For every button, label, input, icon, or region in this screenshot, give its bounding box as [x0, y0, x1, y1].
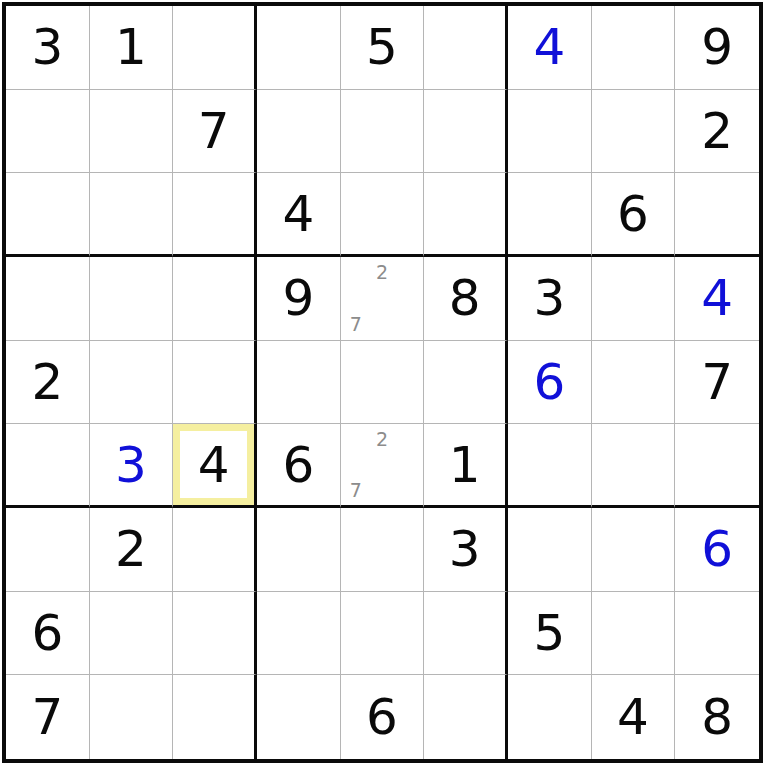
cell-r5c1[interactable]: 2: [6, 341, 90, 425]
pencil-marks: 27: [343, 259, 422, 338]
cell-r1c2[interactable]: 1: [90, 6, 174, 90]
given-digit: 2: [701, 106, 733, 156]
cell-r2c5[interactable]: [341, 90, 425, 174]
given-digit: 5: [533, 608, 565, 658]
entry-digit: 6: [533, 357, 565, 407]
cell-r4c8[interactable]: [592, 257, 676, 341]
cell-r4c6[interactable]: 8: [424, 257, 508, 341]
cell-r9c5[interactable]: 6: [341, 675, 425, 759]
entry-digit: 4: [701, 273, 733, 323]
cell-r9c1[interactable]: 7: [6, 675, 90, 759]
given-digit: 2: [115, 524, 147, 574]
cell-r4c2[interactable]: [90, 257, 174, 341]
pencil-marks: 27: [343, 426, 422, 503]
given-digit: 4: [617, 692, 649, 742]
given-digit: 3: [533, 273, 565, 323]
cell-r3c8[interactable]: 6: [592, 173, 676, 257]
given-digit: 6: [282, 440, 314, 490]
cell-r8c9[interactable]: [675, 592, 759, 676]
cell-r3c5[interactable]: [341, 173, 425, 257]
cell-r7c4[interactable]: [257, 508, 341, 592]
cell-r1c7[interactable]: 4: [508, 6, 592, 90]
cell-r2c3[interactable]: 7: [173, 90, 257, 174]
cell-r5c3[interactable]: [173, 341, 257, 425]
cell-r9c8[interactable]: 4: [592, 675, 676, 759]
cell-r6c3[interactable]: 4: [173, 424, 257, 508]
cell-r1c8[interactable]: [592, 6, 676, 90]
cell-r7c2[interactable]: 2: [90, 508, 174, 592]
cell-r8c4[interactable]: [257, 592, 341, 676]
given-digit: 7: [31, 692, 63, 742]
cell-r4c5[interactable]: 27: [341, 257, 425, 341]
cell-r2c4[interactable]: [257, 90, 341, 174]
cell-r4c4[interactable]: 9: [257, 257, 341, 341]
cell-r9c3[interactable]: [173, 675, 257, 759]
cell-r8c1[interactable]: 6: [6, 592, 90, 676]
given-digit: 4: [198, 440, 230, 490]
cell-r6c9[interactable]: [675, 424, 759, 508]
pencil-mark-2: 2: [369, 426, 395, 452]
given-digit: 5: [366, 22, 398, 72]
cell-r6c7[interactable]: [508, 424, 592, 508]
cell-r4c7[interactable]: 3: [508, 257, 592, 341]
cell-r5c9[interactable]: 7: [675, 341, 759, 425]
cell-r7c1[interactable]: [6, 508, 90, 592]
cell-r5c6[interactable]: [424, 341, 508, 425]
pencil-mark-7: 7: [343, 477, 369, 503]
cell-r2c8[interactable]: [592, 90, 676, 174]
cell-r2c6[interactable]: [424, 90, 508, 174]
given-digit: 6: [31, 608, 63, 658]
cell-r3c3[interactable]: [173, 173, 257, 257]
given-digit: 3: [449, 524, 481, 574]
given-digit: 9: [701, 22, 733, 72]
cell-r9c7[interactable]: [508, 675, 592, 759]
cell-r2c7[interactable]: [508, 90, 592, 174]
given-digit: 4: [282, 189, 314, 239]
cell-r1c3[interactable]: [173, 6, 257, 90]
cell-r9c2[interactable]: [90, 675, 174, 759]
entry-digit: 6: [701, 524, 733, 574]
cell-r2c9[interactable]: 2: [675, 90, 759, 174]
cell-r9c6[interactable]: [424, 675, 508, 759]
pencil-mark-7: 7: [343, 311, 369, 337]
given-digit: 7: [701, 357, 733, 407]
cell-r1c5[interactable]: 5: [341, 6, 425, 90]
given-digit: 1: [449, 440, 481, 490]
cell-r5c4[interactable]: [257, 341, 341, 425]
cell-r8c3[interactable]: [173, 592, 257, 676]
cell-r7c6[interactable]: 3: [424, 508, 508, 592]
cell-r5c5[interactable]: [341, 341, 425, 425]
cell-r8c2[interactable]: [90, 592, 174, 676]
given-digit: 8: [701, 692, 733, 742]
cell-r4c9[interactable]: 4: [675, 257, 759, 341]
cell-r7c9[interactable]: 6: [675, 508, 759, 592]
cell-r7c8[interactable]: [592, 508, 676, 592]
cell-r2c2[interactable]: [90, 90, 174, 174]
cell-r8c5[interactable]: [341, 592, 425, 676]
cell-r9c4[interactable]: [257, 675, 341, 759]
cell-r6c5[interactable]: 27: [341, 424, 425, 508]
cell-r5c7[interactable]: 6: [508, 341, 592, 425]
cell-r5c8[interactable]: [592, 341, 676, 425]
cell-r5c2[interactable]: [90, 341, 174, 425]
entry-digit: 3: [115, 440, 147, 490]
given-digit: 1: [115, 22, 147, 72]
cell-r8c7[interactable]: 5: [508, 592, 592, 676]
cell-r7c3[interactable]: [173, 508, 257, 592]
sudoku-board: 315497246927834267346271236657648: [2, 2, 763, 763]
cell-r2c1[interactable]: [6, 90, 90, 174]
cell-r3c1[interactable]: [6, 173, 90, 257]
given-digit: 6: [366, 692, 398, 742]
pencil-mark-2: 2: [369, 259, 395, 285]
cell-r1c6[interactable]: [424, 6, 508, 90]
cell-r6c6[interactable]: 1: [424, 424, 508, 508]
given-digit: 7: [198, 106, 230, 156]
cell-r3c6[interactable]: [424, 173, 508, 257]
cell-r1c9[interactable]: 9: [675, 6, 759, 90]
cell-r1c4[interactable]: [257, 6, 341, 90]
cell-r3c2[interactable]: [90, 173, 174, 257]
cell-r3c4[interactable]: 4: [257, 173, 341, 257]
cell-r9c9[interactable]: 8: [675, 675, 759, 759]
given-digit: 6: [617, 189, 649, 239]
cell-r7c5[interactable]: [341, 508, 425, 592]
cell-r8c6[interactable]: [424, 592, 508, 676]
cell-r6c8[interactable]: [592, 424, 676, 508]
given-digit: 9: [282, 273, 314, 323]
cell-r6c2[interactable]: 3: [90, 424, 174, 508]
cell-r6c1[interactable]: [6, 424, 90, 508]
cell-r8c8[interactable]: [592, 592, 676, 676]
cell-r3c7[interactable]: [508, 173, 592, 257]
cell-r4c1[interactable]: [6, 257, 90, 341]
cell-r4c3[interactable]: [173, 257, 257, 341]
cell-r3c9[interactable]: [675, 173, 759, 257]
cell-r1c1[interactable]: 3: [6, 6, 90, 90]
cell-r7c7[interactable]: [508, 508, 592, 592]
given-digit: 3: [31, 22, 63, 72]
entry-digit: 4: [533, 22, 565, 72]
given-digit: 8: [449, 273, 481, 323]
cell-r6c4[interactable]: 6: [257, 424, 341, 508]
given-digit: 2: [31, 357, 63, 407]
